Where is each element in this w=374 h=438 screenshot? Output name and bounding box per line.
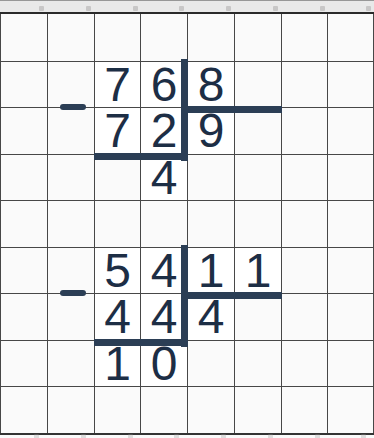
cell-r6c4[interactable]: 4 xyxy=(188,294,234,340)
artifact-speck xyxy=(174,434,179,438)
grid-line-horizontal xyxy=(0,386,374,387)
grid-line-horizontal xyxy=(0,200,374,201)
cell-r5c5[interactable]: 1 xyxy=(235,248,281,293)
artifact-speck xyxy=(86,6,91,11)
cell-r5c4[interactable]: 1 xyxy=(188,248,234,293)
cell-r5c2[interactable]: 5 xyxy=(95,248,140,293)
artifact-speck xyxy=(133,6,138,11)
cell-r3c3[interactable]: 4 xyxy=(141,155,187,200)
cell-r6c2[interactable]: 4 xyxy=(95,294,140,340)
grid-line-vertical xyxy=(281,0,282,433)
artifact-speck xyxy=(179,6,184,11)
subtraction-underline-p1 xyxy=(94,153,188,160)
artifact-speck xyxy=(226,6,231,11)
grid-line-vertical xyxy=(0,0,1,433)
artifact-speck xyxy=(34,434,39,438)
grid-line-vertical xyxy=(47,0,48,433)
worksheet-board: 7687294541144410 xyxy=(0,0,374,438)
header-strip xyxy=(0,0,374,14)
cell-r7c3[interactable]: 0 xyxy=(141,341,187,386)
cell-r1c2[interactable]: 7 xyxy=(95,62,140,107)
quotient-line-p1 xyxy=(181,106,282,113)
subtraction-underline-p2 xyxy=(94,339,188,346)
artifact-speck xyxy=(366,6,371,11)
artifact-speck xyxy=(361,434,366,438)
artifact-speck xyxy=(39,6,44,11)
cell-r2c2[interactable]: 7 xyxy=(95,108,140,154)
artifact-speck xyxy=(128,434,133,438)
cell-r1c4[interactable]: 8 xyxy=(188,62,234,107)
grid-line-vertical xyxy=(327,0,328,433)
grid-line-vertical xyxy=(234,0,235,433)
minus-sign-p1 xyxy=(60,104,86,110)
quotient-line-p2 xyxy=(181,292,282,299)
artifact-speck xyxy=(320,6,325,11)
artifact-speck xyxy=(315,434,320,438)
artifact-speck xyxy=(273,6,278,11)
cell-r7c2[interactable]: 1 xyxy=(95,341,140,386)
artifact-speck xyxy=(268,434,273,438)
minus-sign-p2 xyxy=(60,290,86,296)
artifact-speck xyxy=(81,434,86,438)
artifact-speck xyxy=(221,434,226,438)
cell-r2c4[interactable]: 9 xyxy=(188,108,234,154)
